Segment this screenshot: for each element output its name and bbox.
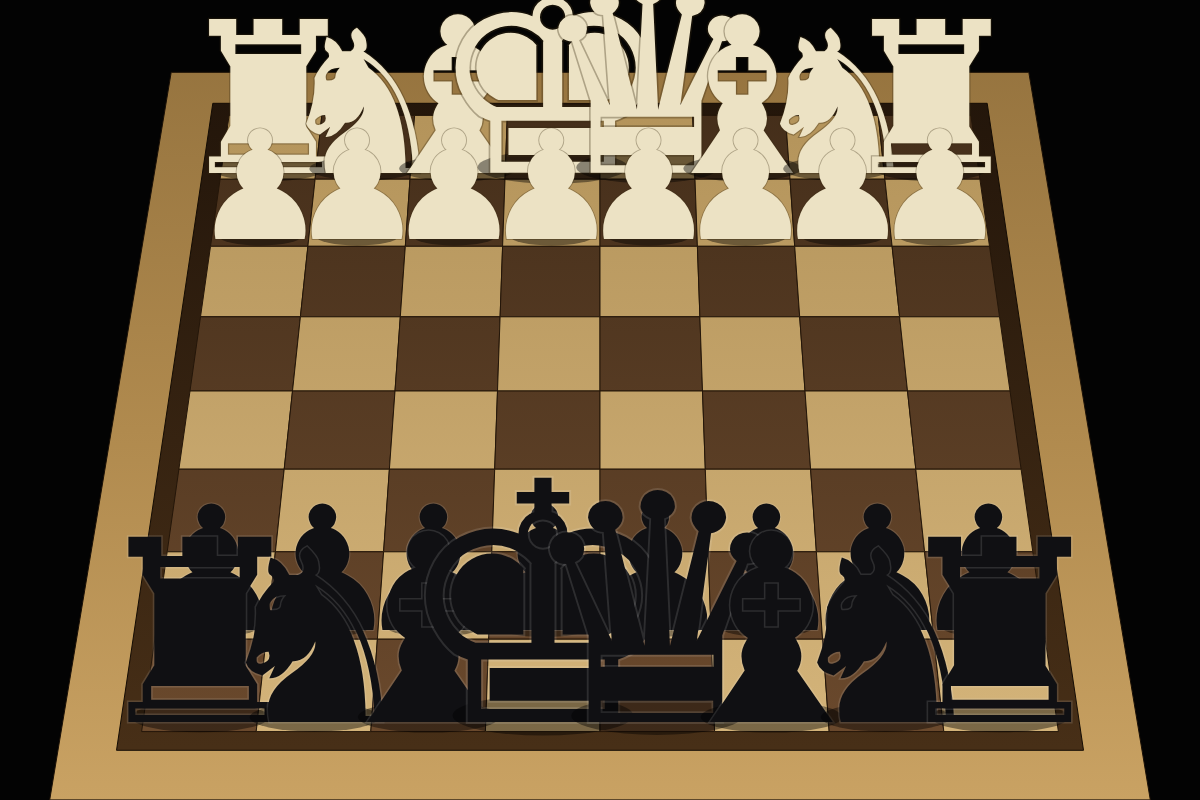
square-h5[interactable] [179, 391, 293, 469]
piece-black-rook-a8[interactable]: ♜ [886, 486, 1114, 782]
square-g4[interactable] [293, 317, 401, 391]
square-b4[interactable] [800, 317, 908, 391]
square-h4[interactable] [190, 317, 300, 391]
square-d4[interactable] [600, 317, 703, 391]
piece-white-pawn-a2[interactable]: ♟ [872, 98, 1008, 275]
square-a4[interactable] [900, 317, 1010, 391]
square-a5[interactable] [908, 391, 1022, 469]
square-g5[interactable] [284, 391, 395, 469]
square-b5[interactable] [805, 391, 916, 469]
square-f4[interactable] [395, 317, 500, 391]
square-e4[interactable] [498, 317, 601, 391]
chessboard: ♜♞♝♚♛♝♞♜♟♟♟♟♟♟♟♟♟♟♟♟♟♟♟♟♜♞♝♚♛♝♞♜ [0, 0, 1200, 800]
chess-photo-scene: ♜♞♝♚♛♝♞♜♟♟♟♟♟♟♟♟♟♟♟♟♟♟♟♟♜♞♝♚♛♝♞♜ [0, 0, 1200, 800]
square-c4[interactable] [700, 317, 805, 391]
